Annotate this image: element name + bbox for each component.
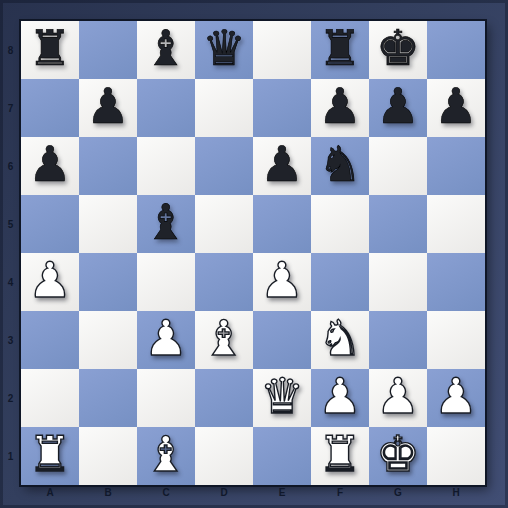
square-f6[interactable]: ♞	[311, 137, 369, 195]
square-a2[interactable]	[21, 369, 79, 427]
file-label-b: B	[79, 486, 137, 500]
piece-white-pawn: ♟	[260, 256, 304, 305]
file-label-c: C	[137, 486, 195, 500]
square-b3[interactable]	[79, 311, 137, 369]
piece-white-pawn: ♟	[28, 256, 72, 305]
square-a8[interactable]: ♜	[21, 21, 79, 79]
rank-coordinates: 87654321	[0, 21, 21, 485]
piece-black-pawn: ♟	[434, 82, 478, 131]
square-h8[interactable]	[427, 21, 485, 79]
square-h3[interactable]	[427, 311, 485, 369]
square-h4[interactable]	[427, 253, 485, 311]
square-a3[interactable]	[21, 311, 79, 369]
square-e5[interactable]	[253, 195, 311, 253]
piece-black-bishop: ♝	[144, 24, 188, 73]
piece-black-pawn: ♟	[28, 140, 72, 189]
square-b4[interactable]	[79, 253, 137, 311]
square-b6[interactable]	[79, 137, 137, 195]
chess-diagram-frame: ♜♝♛♜♚♟♟♟♟♟♟♞♝♟♟♟♝♞♛♟♟♟♜♝♜♚ 87654321 ABCD…	[0, 0, 508, 508]
square-e7[interactable]	[253, 79, 311, 137]
square-c1[interactable]: ♝	[137, 427, 195, 485]
square-b2[interactable]	[79, 369, 137, 427]
piece-white-rook: ♜	[28, 430, 72, 479]
square-e8[interactable]	[253, 21, 311, 79]
square-a1[interactable]: ♜	[21, 427, 79, 485]
file-label-h: H	[427, 486, 485, 500]
rank-label-3: 3	[0, 311, 21, 369]
square-c7[interactable]	[137, 79, 195, 137]
square-d1[interactable]	[195, 427, 253, 485]
square-a6[interactable]: ♟	[21, 137, 79, 195]
square-g7[interactable]: ♟	[369, 79, 427, 137]
piece-black-bishop: ♝	[144, 198, 188, 247]
square-f7[interactable]: ♟	[311, 79, 369, 137]
square-d5[interactable]	[195, 195, 253, 253]
square-f8[interactable]: ♜	[311, 21, 369, 79]
piece-white-pawn: ♟	[144, 314, 188, 363]
piece-black-king: ♚	[376, 24, 420, 73]
square-g6[interactable]	[369, 137, 427, 195]
square-a4[interactable]: ♟	[21, 253, 79, 311]
rank-label-1: 1	[0, 427, 21, 485]
piece-black-rook: ♜	[318, 24, 362, 73]
square-e4[interactable]: ♟	[253, 253, 311, 311]
piece-white-pawn: ♟	[318, 372, 362, 421]
file-label-d: D	[195, 486, 253, 500]
square-f3[interactable]: ♞	[311, 311, 369, 369]
piece-white-knight: ♞	[318, 314, 362, 363]
square-b1[interactable]	[79, 427, 137, 485]
square-h2[interactable]: ♟	[427, 369, 485, 427]
piece-white-king: ♚	[376, 430, 420, 479]
square-e6[interactable]: ♟	[253, 137, 311, 195]
rank-label-2: 2	[0, 369, 21, 427]
rank-label-8: 8	[0, 21, 21, 79]
square-h6[interactable]	[427, 137, 485, 195]
piece-white-pawn: ♟	[376, 372, 420, 421]
square-b5[interactable]	[79, 195, 137, 253]
square-c2[interactable]	[137, 369, 195, 427]
square-b7[interactable]: ♟	[79, 79, 137, 137]
piece-black-knight: ♞	[318, 140, 362, 189]
chess-board: ♜♝♛♜♚♟♟♟♟♟♟♞♝♟♟♟♝♞♛♟♟♟♜♝♜♚	[21, 21, 485, 485]
square-e1[interactable]	[253, 427, 311, 485]
piece-white-bishop: ♝	[202, 314, 246, 363]
square-d2[interactable]	[195, 369, 253, 427]
square-g8[interactable]: ♚	[369, 21, 427, 79]
square-g5[interactable]	[369, 195, 427, 253]
square-f4[interactable]	[311, 253, 369, 311]
square-f5[interactable]	[311, 195, 369, 253]
piece-white-pawn: ♟	[434, 372, 478, 421]
rank-label-6: 6	[0, 137, 21, 195]
square-b8[interactable]	[79, 21, 137, 79]
piece-white-queen: ♛	[260, 372, 304, 421]
file-coordinates: ABCDEFGH	[21, 486, 485, 500]
square-f2[interactable]: ♟	[311, 369, 369, 427]
rank-label-4: 4	[0, 253, 21, 311]
square-d6[interactable]	[195, 137, 253, 195]
square-h5[interactable]	[427, 195, 485, 253]
square-d3[interactable]: ♝	[195, 311, 253, 369]
square-d8[interactable]: ♛	[195, 21, 253, 79]
square-c3[interactable]: ♟	[137, 311, 195, 369]
square-g2[interactable]: ♟	[369, 369, 427, 427]
square-c6[interactable]	[137, 137, 195, 195]
piece-black-rook: ♜	[28, 24, 72, 73]
square-f1[interactable]: ♜	[311, 427, 369, 485]
file-label-a: A	[21, 486, 79, 500]
rank-label-7: 7	[0, 79, 21, 137]
piece-black-pawn: ♟	[86, 82, 130, 131]
piece-black-pawn: ♟	[260, 140, 304, 189]
square-c4[interactable]	[137, 253, 195, 311]
file-label-e: E	[253, 486, 311, 500]
square-g4[interactable]	[369, 253, 427, 311]
piece-white-rook: ♜	[318, 430, 362, 479]
square-a7[interactable]	[21, 79, 79, 137]
piece-black-pawn: ♟	[376, 82, 420, 131]
square-e3[interactable]	[253, 311, 311, 369]
square-d7[interactable]	[195, 79, 253, 137]
file-label-g: G	[369, 486, 427, 500]
file-label-f: F	[311, 486, 369, 500]
square-g1[interactable]: ♚	[369, 427, 427, 485]
square-c8[interactable]: ♝	[137, 21, 195, 79]
square-h7[interactable]: ♟	[427, 79, 485, 137]
piece-black-queen: ♛	[202, 24, 246, 73]
piece-black-pawn: ♟	[318, 82, 362, 131]
square-c5[interactable]: ♝	[137, 195, 195, 253]
square-a5[interactable]	[21, 195, 79, 253]
square-d4[interactable]	[195, 253, 253, 311]
square-e2[interactable]: ♛	[253, 369, 311, 427]
square-g3[interactable]	[369, 311, 427, 369]
square-h1[interactable]	[427, 427, 485, 485]
piece-white-bishop: ♝	[144, 430, 188, 479]
rank-label-5: 5	[0, 195, 21, 253]
